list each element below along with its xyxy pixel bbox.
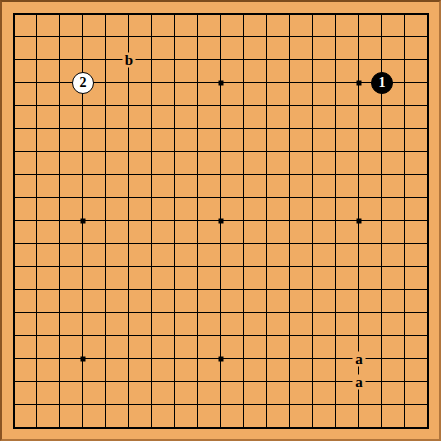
stone-move-number: 2: [80, 76, 87, 90]
grid-line-horizontal: [13, 197, 429, 198]
grid-line-vertical: [36, 13, 37, 429]
grid-line-horizontal: [13, 13, 429, 15]
grid-line-vertical: [128, 13, 129, 429]
stone-move-number: 1: [379, 76, 386, 90]
grid-line-horizontal: [13, 105, 429, 106]
grid-line-vertical: [59, 13, 60, 429]
point-label-b-F17: b: [123, 53, 136, 68]
grid-line-vertical: [427, 13, 429, 429]
grid-line-horizontal: [13, 128, 429, 129]
point-label-text: b: [125, 53, 133, 68]
hoshi-point: [81, 357, 86, 362]
grid-line-vertical: [13, 13, 15, 429]
grid-line-horizontal: [13, 312, 429, 313]
grid-line-horizontal: [13, 266, 429, 267]
grid-line-horizontal: [13, 404, 429, 405]
hoshi-point: [219, 219, 224, 224]
point-label-a-Q3: a: [353, 375, 366, 390]
grid-line-vertical: [197, 13, 198, 429]
hoshi-point: [219, 81, 224, 86]
grid-line-horizontal: [13, 427, 429, 429]
go-board: baa12: [0, 0, 441, 441]
point-label-text: a: [355, 375, 363, 390]
hoshi-point: [81, 219, 86, 224]
grid-line-horizontal: [13, 381, 429, 382]
grid-line-horizontal: [13, 243, 429, 244]
grid-line-horizontal: [13, 174, 429, 175]
grid-line-vertical: [105, 13, 106, 429]
white-stone-2: 2: [72, 72, 94, 94]
grid-line-horizontal: [13, 289, 429, 290]
black-stone-1: 1: [371, 72, 393, 94]
point-label-text: a: [355, 352, 363, 367]
grid-line-vertical: [312, 13, 313, 429]
hoshi-point: [357, 81, 362, 86]
hoshi-point: [357, 219, 362, 224]
grid-line-vertical: [404, 13, 405, 429]
grid-line-vertical: [266, 13, 267, 429]
point-label-a-Q4: a: [353, 352, 366, 367]
grid-line-vertical: [151, 13, 152, 429]
grid-line-vertical: [335, 13, 336, 429]
hoshi-point: [219, 357, 224, 362]
grid-line-horizontal: [13, 335, 429, 336]
grid-line-vertical: [243, 13, 244, 429]
grid-line-vertical: [289, 13, 290, 429]
grid-line-horizontal: [13, 59, 429, 60]
grid-line-horizontal: [13, 36, 429, 37]
grid-line-horizontal: [13, 151, 429, 152]
grid-line-vertical: [174, 13, 175, 429]
